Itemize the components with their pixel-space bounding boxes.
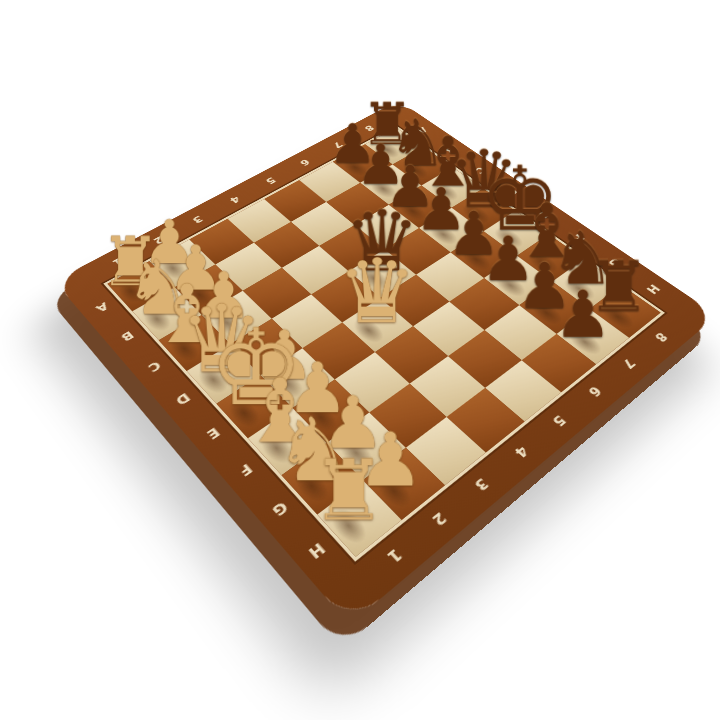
board-wrapper: ♜♞♝♛♚♝♞♜♟♟♟♟♟♟♟♟♛♛♟♟♟♟♟♟♟♜♞♝♛♚♝♞♜ 88AA77… — [54, 100, 717, 625]
piece-black-pawn-h7: ♟ — [554, 284, 605, 346]
file-label-bottom-C: C — [139, 355, 169, 379]
file-label-bottom-H: H — [299, 534, 334, 567]
piece-white-queen-e4: ♛ — [337, 250, 388, 335]
rank-label-right-3: 3 — [465, 470, 499, 500]
file-label-bottom-A: A — [88, 297, 116, 318]
rank-label-right-6: 6 — [580, 379, 611, 404]
file-label-bottom-F: F — [229, 455, 262, 484]
rank-label-left-5: 5 — [259, 172, 284, 188]
rank-label-right-5: 5 — [544, 408, 576, 434]
rank-label-right-2: 2 — [423, 503, 458, 534]
rank-label-right-1: 1 — [378, 539, 414, 572]
file-label-bottom-D: D — [167, 386, 198, 411]
rank-label-right-4: 4 — [506, 438, 539, 466]
rank-label-left-6: 6 — [293, 155, 317, 171]
rank-label-right-7: 7 — [614, 352, 644, 376]
chess-board: ♜♞♝♛♚♝♞♜♟♟♟♟♟♟♟♟♛♛♟♟♟♟♟♟♟♜♞♝♛♚♝♞♜ 88AA77… — [54, 100, 717, 625]
file-label-bottom-G: G — [263, 494, 297, 525]
board-grid: ♜♞♝♛♚♝♞♜♟♟♟♟♟♟♟♟♛♛♟♟♟♟♟♟♟♜♞♝♛♚♝♞♜ — [107, 128, 660, 557]
file-label-bottom-B: B — [113, 325, 142, 348]
file-label-bottom-E: E — [197, 420, 229, 447]
rank-label-right-8: 8 — [647, 326, 677, 349]
piece-white-rook-h1: ♜ — [311, 452, 371, 532]
rank-label-left-4: 4 — [223, 191, 248, 208]
photo-background: ♜♞♝♛♚♝♞♜♟♟♟♟♟♟♟♟♛♛♟♟♟♟♟♟♟♜♞♝♛♚♝♞♜ 88AA77… — [0, 0, 720, 720]
